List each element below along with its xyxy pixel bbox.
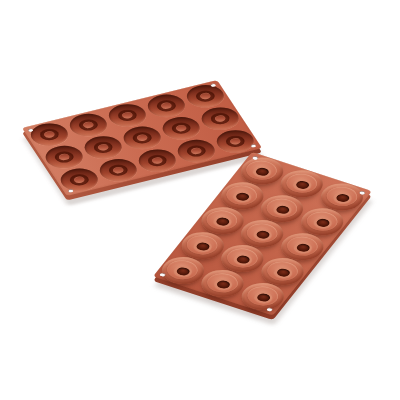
donut-cavity <box>79 133 127 162</box>
product-photo <box>0 0 400 400</box>
donut-cavity <box>142 91 190 120</box>
donut-cavity <box>40 143 88 172</box>
donut-cavity <box>157 114 205 143</box>
donut-cavity <box>118 124 166 153</box>
donut-cavity <box>196 104 244 133</box>
donut-cavity <box>25 120 73 149</box>
donut-cavity <box>103 101 151 130</box>
